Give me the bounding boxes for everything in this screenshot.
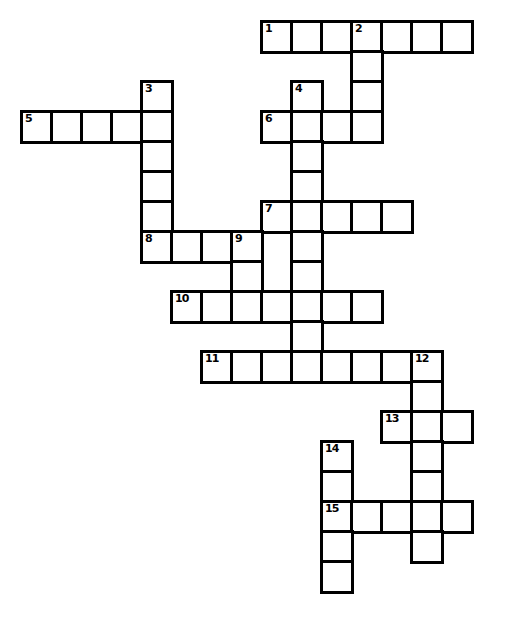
cell-r6c10[interactable] [320,200,354,234]
cell-r6c11[interactable] [350,200,384,234]
cell-r5c9[interactable] [290,170,324,204]
cell-r14c13[interactable] [410,440,444,474]
clue-number-10: 10 [175,293,188,305]
cell-r16c12[interactable] [380,500,414,534]
cell-r7c6[interactable] [200,230,234,264]
cell-r9c6[interactable] [200,290,234,324]
cell-r5c4[interactable] [140,170,174,204]
cell-r11c10[interactable] [320,350,354,384]
cell-r3c3[interactable] [110,110,144,144]
cell-r6c9[interactable] [290,200,324,234]
cell-r6c12[interactable] [380,200,414,234]
cell-r15c13[interactable] [410,470,444,504]
cell-r13c13[interactable] [410,410,444,444]
cell-r16c10[interactable]: 15 [320,500,354,534]
cell-r0c11[interactable]: 2 [350,20,384,54]
cell-r6c8[interactable]: 7 [260,200,294,234]
crossword-board: 123456789101112131415 [0,0,520,640]
cell-r3c10[interactable] [320,110,354,144]
clue-number-8: 8 [145,233,152,245]
cell-r9c5[interactable]: 10 [170,290,204,324]
cell-r14c10[interactable]: 14 [320,440,354,474]
cell-r7c7[interactable]: 9 [230,230,264,264]
cell-r9c8[interactable] [260,290,294,324]
cell-r7c4[interactable]: 8 [140,230,174,264]
clue-number-3: 3 [145,83,152,95]
cell-r15c10[interactable] [320,470,354,504]
cell-r18c10[interactable] [320,560,354,594]
cell-r0c9[interactable] [290,20,324,54]
clue-number-5: 5 [25,113,32,125]
cell-r16c11[interactable] [350,500,384,534]
cell-r9c11[interactable] [350,290,384,324]
clue-number-11: 11 [205,353,218,365]
cell-r0c14[interactable] [440,20,474,54]
clue-number-4: 4 [295,83,302,95]
cell-r11c6[interactable]: 11 [200,350,234,384]
cell-r9c7[interactable] [230,290,264,324]
cell-r17c13[interactable] [410,530,444,564]
cell-r8c9[interactable] [290,260,324,294]
cell-r3c1[interactable] [50,110,84,144]
clue-number-12: 12 [415,353,428,365]
cell-r2c11[interactable] [350,80,384,114]
cell-r6c4[interactable] [140,200,174,234]
cell-r12c13[interactable] [410,380,444,414]
cell-r3c4[interactable] [140,110,174,144]
cell-r2c9[interactable]: 4 [290,80,324,114]
cell-r11c11[interactable] [350,350,384,384]
cell-r7c5[interactable] [170,230,204,264]
clue-number-2: 2 [355,23,362,35]
cell-r13c14[interactable] [440,410,474,444]
cell-r9c9[interactable] [290,290,324,324]
cell-r10c9[interactable] [290,320,324,354]
clue-number-6: 6 [265,113,272,125]
cell-r4c9[interactable] [290,140,324,174]
clue-number-1: 1 [265,23,272,35]
clue-number-13: 13 [385,413,398,425]
clue-number-15: 15 [325,503,338,515]
cell-r1c11[interactable] [350,50,384,84]
cell-r16c13[interactable] [410,500,444,534]
cell-r0c13[interactable] [410,20,444,54]
cell-r11c9[interactable] [290,350,324,384]
cell-r0c10[interactable] [320,20,354,54]
cell-r11c12[interactable] [380,350,414,384]
cell-r16c14[interactable] [440,500,474,534]
clue-number-9: 9 [235,233,242,245]
cell-r3c2[interactable] [80,110,114,144]
cell-r13c12[interactable]: 13 [380,410,414,444]
cell-r11c8[interactable] [260,350,294,384]
cell-r3c8[interactable]: 6 [260,110,294,144]
cell-r8c7[interactable] [230,260,264,294]
cell-r3c11[interactable] [350,110,384,144]
cell-r0c12[interactable] [380,20,414,54]
cell-r2c4[interactable]: 3 [140,80,174,114]
clue-number-14: 14 [325,443,338,455]
cell-r3c0[interactable]: 5 [20,110,54,144]
cell-r9c10[interactable] [320,290,354,324]
cell-r17c10[interactable] [320,530,354,564]
cell-r4c4[interactable] [140,140,174,174]
cell-r7c9[interactable] [290,230,324,264]
cell-r3c9[interactable] [290,110,324,144]
cell-r11c13[interactable]: 12 [410,350,444,384]
crossword-page: 123456789101112131415 [0,0,520,640]
cell-r0c8[interactable]: 1 [260,20,294,54]
clue-number-7: 7 [265,203,272,215]
cell-r11c7[interactable] [230,350,264,384]
